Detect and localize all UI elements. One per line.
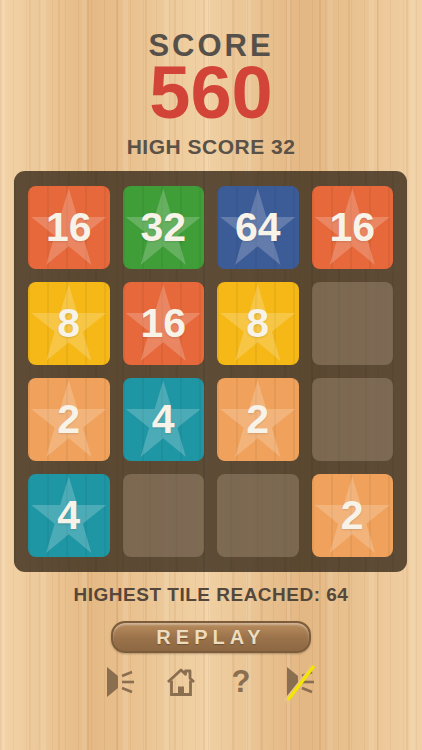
tile-32: 32 [123,186,205,269]
tile-8: 8 [217,282,299,365]
sound-on-icon [105,665,137,699]
empty-cell [312,378,394,461]
tile-16: 16 [28,186,110,269]
tile-value: 4 [152,396,175,443]
home-button[interactable] [164,663,198,701]
game-screen: SCORE 560 HIGH SCORE 32 1632641681682424… [0,0,422,750]
board[interactable]: 16326416816824242 [14,171,407,572]
help-icon: ? [232,664,251,700]
sound-off-button[interactable] [284,663,318,701]
tile-value: 8 [57,300,80,347]
sound-off-icon [284,662,318,702]
tile-value: 16 [140,300,186,347]
tile-64: 64 [217,186,299,269]
tile-value: 2 [57,396,80,443]
highest-tile-text: HIGHEST TILE REACHED: 64 [0,584,422,606]
tile-2: 2 [312,474,394,557]
empty-cell [217,474,299,557]
replay-button[interactable]: REPLAY [111,621,311,653]
score-value: 560 [0,54,422,132]
tile-4: 4 [123,378,205,461]
tile-8: 8 [28,282,110,365]
tile-value: 16 [329,204,375,251]
tile-value: 32 [140,204,186,251]
tile-value: 2 [246,396,269,443]
footer-icon-bar: ? [0,663,422,701]
replay-button-label: REPLAY [156,626,265,649]
tile-2: 2 [28,378,110,461]
tile-4: 4 [28,474,110,557]
tile-value: 8 [246,300,269,347]
tile-value: 64 [235,204,281,251]
home-icon [165,665,197,699]
tile-16: 16 [123,282,205,365]
empty-cell [123,474,205,557]
help-button[interactable]: ? [224,663,258,701]
tile-16: 16 [312,186,394,269]
tile-value: 2 [341,492,364,539]
high-score-text: HIGH SCORE 32 [0,135,422,159]
tile-value: 16 [46,204,92,251]
tile-2: 2 [217,378,299,461]
empty-cell [312,282,394,365]
tile-value: 4 [57,492,80,539]
sound-on-button[interactable] [104,663,138,701]
